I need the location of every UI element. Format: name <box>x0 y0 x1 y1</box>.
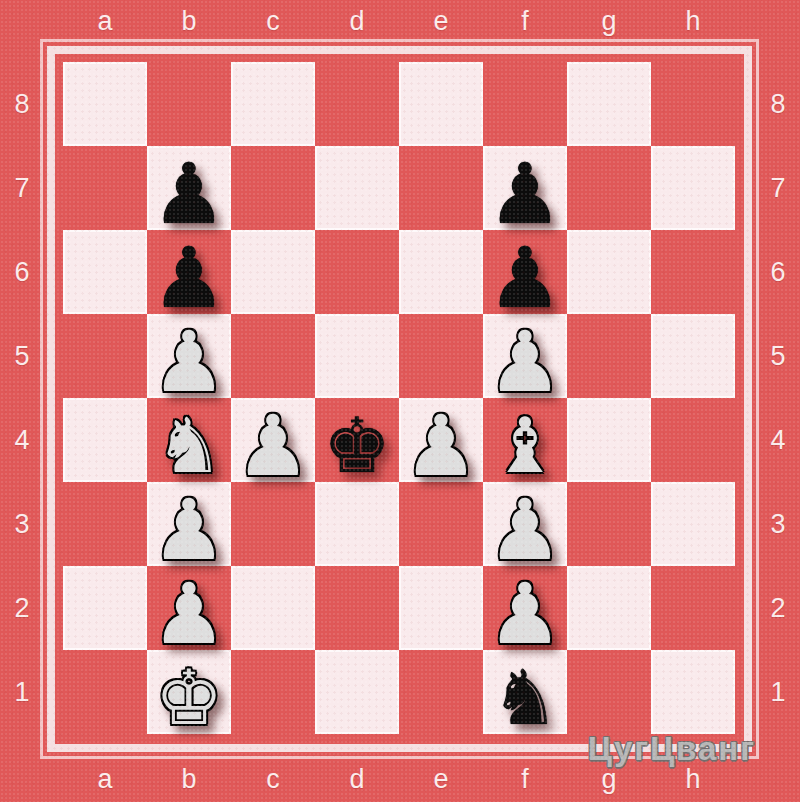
black-pawn: ♟ <box>151 236 226 320</box>
white-pawn: ♟ <box>151 320 226 404</box>
black-pawn: ♟ <box>487 236 562 320</box>
file-label-f: f <box>521 766 529 793</box>
white-knight: ♞ <box>155 408 223 484</box>
file-label-e: e <box>433 766 448 793</box>
square-e1[interactable] <box>399 650 483 734</box>
white-pawn: ♟ <box>487 488 562 572</box>
white-pawn: ♟ <box>235 404 310 488</box>
rank-label-8: 8 <box>14 91 29 118</box>
file-label-d: d <box>349 8 364 35</box>
square-a4[interactable] <box>63 398 147 482</box>
rank-label-6: 6 <box>14 259 29 286</box>
white-pawn: ♟ <box>487 320 562 404</box>
white-bishop: ♝ <box>491 408 559 484</box>
square-b3[interactable]: ♟ <box>147 482 231 566</box>
square-g2[interactable] <box>567 566 651 650</box>
square-d6[interactable] <box>315 230 399 314</box>
square-d5[interactable] <box>315 314 399 398</box>
square-h7[interactable] <box>651 146 735 230</box>
rank-label-2: 2 <box>14 595 29 622</box>
square-a3[interactable] <box>63 482 147 566</box>
file-labels-top: abcdefgh <box>63 0 735 42</box>
black-knight: ♞ <box>491 660 559 736</box>
square-d7[interactable] <box>315 146 399 230</box>
file-label-g: g <box>601 8 616 35</box>
square-d8[interactable] <box>315 62 399 146</box>
square-g4[interactable] <box>567 398 651 482</box>
rank-label-6: 6 <box>770 259 785 286</box>
square-c8[interactable] <box>231 62 315 146</box>
rank-label-2: 2 <box>770 595 785 622</box>
black-king: ♚ <box>323 408 391 484</box>
white-pawn: ♟ <box>403 404 478 488</box>
rank-label-7: 7 <box>14 175 29 202</box>
square-d3[interactable] <box>315 482 399 566</box>
rank-label-4: 4 <box>14 427 29 454</box>
square-g6[interactable] <box>567 230 651 314</box>
rank-label-4: 4 <box>770 427 785 454</box>
square-c2[interactable] <box>231 566 315 650</box>
file-label-d: d <box>349 766 364 793</box>
white-king: ♚ <box>155 660 223 736</box>
rank-label-5: 5 <box>770 343 785 370</box>
square-f5[interactable]: ♟ <box>483 314 567 398</box>
square-d4[interactable]: ♚ <box>315 398 399 482</box>
square-f4[interactable]: ♝ <box>483 398 567 482</box>
square-h2[interactable] <box>651 566 735 650</box>
square-a8[interactable] <box>63 62 147 146</box>
square-e2[interactable] <box>399 566 483 650</box>
white-pawn: ♟ <box>151 572 226 656</box>
square-a2[interactable] <box>63 566 147 650</box>
board: ♟♟♟♟♟♟♞♟♚♟♝♟♟♟♟♚♞ <box>63 62 735 734</box>
square-e8[interactable] <box>399 62 483 146</box>
square-d1[interactable] <box>315 650 399 734</box>
rank-label-1: 1 <box>14 679 29 706</box>
square-g7[interactable] <box>567 146 651 230</box>
square-b5[interactable]: ♟ <box>147 314 231 398</box>
square-b1[interactable]: ♚ <box>147 650 231 734</box>
chess-diagram: abcdefgh abcdefgh 87654321 87654321 ♟♟♟♟… <box>0 0 800 802</box>
square-f1[interactable]: ♞ <box>483 650 567 734</box>
square-c4[interactable]: ♟ <box>231 398 315 482</box>
file-label-a: a <box>97 766 112 793</box>
square-a7[interactable] <box>63 146 147 230</box>
square-f3[interactable]: ♟ <box>483 482 567 566</box>
rank-label-8: 8 <box>770 91 785 118</box>
square-b6[interactable]: ♟ <box>147 230 231 314</box>
rank-label-3: 3 <box>770 511 785 538</box>
square-a6[interactable] <box>63 230 147 314</box>
square-h3[interactable] <box>651 482 735 566</box>
rank-label-5: 5 <box>14 343 29 370</box>
file-label-f: f <box>521 8 529 35</box>
rank-labels-left: 87654321 <box>0 62 44 734</box>
square-h4[interactable] <box>651 398 735 482</box>
square-f6[interactable]: ♟ <box>483 230 567 314</box>
square-c7[interactable] <box>231 146 315 230</box>
file-label-a: a <box>97 8 112 35</box>
file-label-h: h <box>685 766 700 793</box>
black-pawn: ♟ <box>487 152 562 236</box>
white-pawn: ♟ <box>151 488 226 572</box>
black-pawn: ♟ <box>151 152 226 236</box>
square-c6[interactable] <box>231 230 315 314</box>
file-label-b: b <box>181 8 196 35</box>
rank-label-7: 7 <box>770 175 785 202</box>
square-b8[interactable] <box>147 62 231 146</box>
file-label-e: e <box>433 8 448 35</box>
square-b7[interactable]: ♟ <box>147 146 231 230</box>
square-g5[interactable] <box>567 314 651 398</box>
square-e5[interactable] <box>399 314 483 398</box>
square-h6[interactable] <box>651 230 735 314</box>
square-h8[interactable] <box>651 62 735 146</box>
file-label-c: c <box>266 766 280 793</box>
file-label-c: c <box>266 8 280 35</box>
square-b4[interactable]: ♞ <box>147 398 231 482</box>
square-e7[interactable] <box>399 146 483 230</box>
rank-label-1: 1 <box>770 679 785 706</box>
square-f8[interactable] <box>483 62 567 146</box>
square-e6[interactable] <box>399 230 483 314</box>
square-g1[interactable] <box>567 650 651 734</box>
file-label-g: g <box>601 766 616 793</box>
square-f2[interactable]: ♟ <box>483 566 567 650</box>
square-f7[interactable]: ♟ <box>483 146 567 230</box>
square-a1[interactable] <box>63 650 147 734</box>
file-label-b: b <box>181 766 196 793</box>
white-pawn: ♟ <box>487 572 562 656</box>
rank-label-3: 3 <box>14 511 29 538</box>
file-label-h: h <box>685 8 700 35</box>
square-g3[interactable] <box>567 482 651 566</box>
square-a5[interactable] <box>63 314 147 398</box>
square-h1[interactable] <box>651 650 735 734</box>
square-c5[interactable] <box>231 314 315 398</box>
square-d2[interactable] <box>315 566 399 650</box>
square-c1[interactable] <box>231 650 315 734</box>
square-e4[interactable]: ♟ <box>399 398 483 482</box>
watermark: ЦугЦванг <box>588 730 756 768</box>
square-b2[interactable]: ♟ <box>147 566 231 650</box>
square-h5[interactable] <box>651 314 735 398</box>
rank-labels-right: 87654321 <box>756 62 800 734</box>
square-g8[interactable] <box>567 62 651 146</box>
